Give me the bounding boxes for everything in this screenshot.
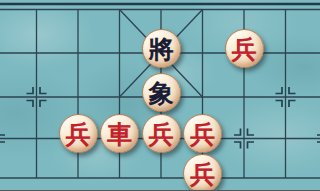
pieces-layer: 將兵象兵車兵兵兵 [0, 0, 320, 190]
piece-black-general[interactable]: 將 [142, 29, 181, 68]
piece-red-soldier[interactable]: 兵 [183, 114, 222, 153]
piece-red-chariot[interactable]: 車 [100, 114, 139, 153]
piece-black-elephant[interactable]: 象 [142, 73, 181, 112]
piece-red-soldier[interactable]: 兵 [225, 29, 264, 68]
xiangqi-board[interactable]: 將兵象兵車兵兵兵 [0, 0, 320, 190]
piece-red-soldier[interactable]: 兵 [183, 154, 222, 191]
piece-red-soldier[interactable]: 兵 [142, 114, 181, 153]
piece-red-soldier[interactable]: 兵 [59, 114, 98, 153]
